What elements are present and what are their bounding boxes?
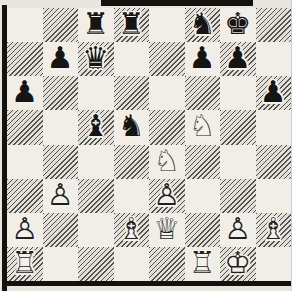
piece-wp-g2: ♟♙	[220, 213, 256, 247]
wq-glyph: ♕	[153, 214, 180, 244]
square-f8: ♞	[185, 8, 221, 42]
wk-glyph: ♔	[224, 248, 251, 278]
piece-wr-a1: ♜♖	[7, 247, 43, 281]
square-c6	[78, 76, 114, 110]
square-g1: ♚♔	[220, 247, 256, 281]
square-c3	[78, 179, 114, 213]
square-a8	[7, 8, 43, 42]
square-e1	[149, 247, 185, 281]
bp-glyph: ♟	[260, 78, 287, 108]
piece-bn-d5: ♞	[114, 110, 150, 144]
square-b2	[43, 213, 79, 247]
piece-bp-b7: ♟	[43, 42, 79, 76]
square-f6	[185, 76, 221, 110]
piece-bp-a6: ♟	[7, 76, 43, 110]
square-g8: ♚	[220, 8, 256, 42]
square-a4	[7, 145, 43, 179]
chess-board: ♜♜♞♚♟♛♟♟♟♟♝♞♞♘♞♘♟♙♟♙♟♙♝♗♛♕♟♙♝♗♜♖♜♖♚♔	[7, 8, 291, 281]
piece-wq-e2: ♛♕	[149, 213, 185, 247]
square-d4	[114, 145, 150, 179]
piece-br-d8: ♜	[114, 8, 150, 42]
bk-glyph: ♚	[224, 9, 251, 39]
piece-wp-a2: ♟♙	[7, 213, 43, 247]
square-h5	[256, 110, 292, 144]
wp-glyph: ♙	[224, 214, 251, 244]
br-glyph: ♜	[82, 9, 109, 39]
piece-bb-c5: ♝	[78, 110, 114, 144]
piece-wn-f5: ♞♘	[185, 110, 221, 144]
wp-glyph: ♙	[11, 214, 38, 244]
piece-wk-g1: ♚♔	[220, 247, 256, 281]
square-d7	[114, 42, 150, 76]
square-e2: ♛♕	[149, 213, 185, 247]
square-b5	[43, 110, 79, 144]
square-e4: ♞♘	[149, 145, 185, 179]
square-c8: ♜	[78, 8, 114, 42]
piece-bq-c7: ♛	[78, 42, 114, 76]
piece-wr-f1: ♜♖	[185, 247, 221, 281]
wb-glyph: ♗	[118, 214, 145, 244]
piece-bn-f8: ♞	[185, 8, 221, 42]
square-c2	[78, 213, 114, 247]
square-h1	[256, 247, 292, 281]
square-c7: ♛	[78, 42, 114, 76]
square-a5	[7, 110, 43, 144]
square-d2: ♝♗	[114, 213, 150, 247]
piece-bk-g8: ♚	[220, 8, 256, 42]
square-a3	[7, 179, 43, 213]
square-f3	[185, 179, 221, 213]
wp-glyph: ♙	[153, 180, 180, 210]
bq-glyph: ♛	[82, 44, 109, 74]
square-h6: ♟	[256, 76, 292, 110]
bp-glyph: ♟	[224, 44, 251, 74]
square-g7: ♟	[220, 42, 256, 76]
square-d1	[114, 247, 150, 281]
square-e3: ♟♙	[149, 179, 185, 213]
board-frame-bottom	[6, 281, 291, 286]
square-b1	[43, 247, 79, 281]
piece-wp-e3: ♟♙	[149, 179, 185, 213]
square-b6	[43, 76, 79, 110]
square-c5: ♝	[78, 110, 114, 144]
square-a1: ♜♖	[7, 247, 43, 281]
square-g5	[220, 110, 256, 144]
square-e6	[149, 76, 185, 110]
piece-wn-e4: ♞♘	[149, 145, 185, 179]
square-h8	[256, 8, 292, 42]
square-f4	[185, 145, 221, 179]
wn-glyph: ♘	[189, 112, 216, 142]
bn-glyph: ♞	[189, 9, 216, 39]
square-f7: ♟	[185, 42, 221, 76]
square-b7: ♟	[43, 42, 79, 76]
bp-glyph: ♟	[189, 44, 216, 74]
square-c4	[78, 145, 114, 179]
square-b3: ♟♙	[43, 179, 79, 213]
square-d5: ♞	[114, 110, 150, 144]
square-f5: ♞♘	[185, 110, 221, 144]
square-h2: ♝♗	[256, 213, 292, 247]
chess-diagram: ♜♜♞♚♟♛♟♟♟♟♝♞♞♘♞♘♟♙♟♙♟♙♝♗♛♕♟♙♝♗♜♖♜♖♚♔	[0, 0, 291, 291]
piece-br-c8: ♜	[78, 8, 114, 42]
piece-wb-d2: ♝♗	[114, 213, 150, 247]
board-frame-top	[101, 0, 253, 6]
wn-glyph: ♘	[153, 146, 180, 176]
piece-bp-g7: ♟	[220, 42, 256, 76]
wr-glyph: ♖	[11, 248, 38, 278]
square-f1: ♜♖	[185, 247, 221, 281]
square-c1	[78, 247, 114, 281]
piece-wb-h2: ♝♗	[256, 213, 292, 247]
square-a2: ♟♙	[7, 213, 43, 247]
square-g6	[220, 76, 256, 110]
square-e7	[149, 42, 185, 76]
square-g4	[220, 145, 256, 179]
square-h4	[256, 145, 292, 179]
bn-glyph: ♞	[118, 112, 145, 142]
square-d6	[114, 76, 150, 110]
square-h7	[256, 42, 292, 76]
square-g2: ♟♙	[220, 213, 256, 247]
bp-glyph: ♟	[47, 44, 74, 74]
square-d8: ♜	[114, 8, 150, 42]
piece-bp-f7: ♟	[185, 42, 221, 76]
piece-bp-h6: ♟	[256, 76, 292, 110]
bp-glyph: ♟	[11, 78, 38, 108]
square-g3	[220, 179, 256, 213]
wr-glyph: ♖	[189, 248, 216, 278]
square-e8	[149, 8, 185, 42]
square-d3	[114, 179, 150, 213]
square-f2	[185, 213, 221, 247]
square-b8	[43, 8, 79, 42]
piece-wp-b3: ♟♙	[43, 179, 79, 213]
square-h3	[256, 179, 292, 213]
br-glyph: ♜	[118, 9, 145, 39]
bb-glyph: ♝	[82, 112, 109, 142]
square-a7	[7, 42, 43, 76]
square-e5	[149, 110, 185, 144]
square-a6: ♟	[7, 76, 43, 110]
wb-glyph: ♗	[260, 214, 287, 244]
wp-glyph: ♙	[47, 180, 74, 210]
square-b4	[43, 145, 79, 179]
